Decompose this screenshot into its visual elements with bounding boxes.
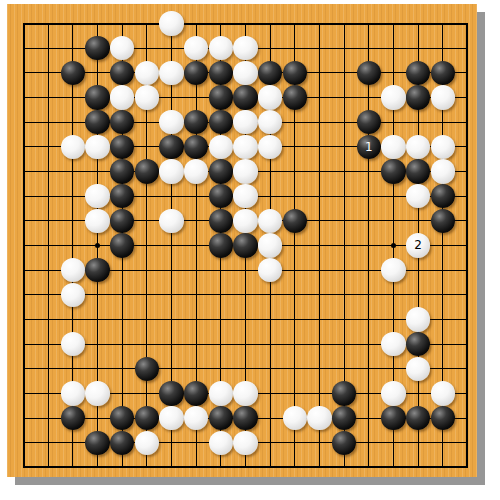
go-stone-white-c6r0[interactable]	[159, 11, 184, 36]
go-stone-black-c9r16[interactable]	[233, 406, 258, 431]
go-stone-white-c16r12[interactable]	[406, 307, 431, 332]
go-stone-white-c6r16[interactable]	[159, 406, 184, 431]
go-stone-white-c5r17[interactable]	[135, 431, 160, 456]
go-stone-black-c9r9[interactable]	[233, 233, 258, 258]
go-stone-white-c2r11[interactable]	[61, 283, 86, 308]
go-stone-white-c10r3[interactable]	[258, 85, 283, 110]
go-stone-black-c3r1[interactable]	[85, 36, 110, 61]
go-stone-black-c8r3[interactable]	[209, 85, 234, 110]
go-stone-white-c3r7[interactable]	[85, 184, 110, 209]
go-stone-black-c9r3[interactable]	[233, 85, 258, 110]
go-stone-white-c17r3[interactable]	[431, 85, 456, 110]
go-stone-white-c17r6[interactable]	[431, 159, 456, 184]
go-stone-black-c17r8[interactable]	[431, 209, 456, 234]
go-stone-black-c15r6[interactable]	[381, 159, 406, 184]
grid-line-horizontal	[23, 368, 469, 369]
go-stone-white-c9r4[interactable]	[233, 110, 258, 135]
go-stone-white-c7r6[interactable]	[184, 159, 209, 184]
go-stone-black-c5r14[interactable]	[135, 357, 160, 382]
go-stone-white-c17r5[interactable]	[431, 135, 456, 160]
go-stone-black-c3r10[interactable]	[85, 258, 110, 283]
go-stone-black-c16r6[interactable]	[406, 159, 431, 184]
go-stone-black-c6r15[interactable]	[159, 381, 184, 406]
go-stone-white-c9r8[interactable]	[233, 209, 258, 234]
go-stone-white-c3r5[interactable]	[85, 135, 110, 160]
go-stone-black-c17r2[interactable]	[431, 61, 456, 86]
go-stone-white-c6r8[interactable]	[159, 209, 184, 234]
go-stone-black-c16r3[interactable]	[406, 85, 431, 110]
go-stone-black-c2r2[interactable]	[61, 61, 86, 86]
grid-line-vertical	[368, 23, 369, 469]
go-stone-black-c5r6[interactable]	[135, 159, 160, 184]
move-number-label: 2	[414, 239, 422, 251]
go-stone-black-c4r9[interactable]	[110, 233, 135, 258]
go-stone-black-c8r6[interactable]	[209, 159, 234, 184]
grid-line-horizontal	[23, 466, 469, 468]
grid-line-vertical	[466, 23, 468, 469]
go-stone-white-c15r15[interactable]	[381, 381, 406, 406]
go-stone-black-c3r17[interactable]	[85, 431, 110, 456]
go-stone-white-c16r9[interactable]: 2	[406, 233, 431, 258]
go-stone-black-c13r15[interactable]	[332, 381, 357, 406]
go-stone-white-c8r17[interactable]	[209, 431, 234, 456]
go-stone-white-c5r2[interactable]	[135, 61, 160, 86]
go-stone-black-c11r3[interactable]	[283, 85, 308, 110]
go-stone-white-c10r9[interactable]	[258, 233, 283, 258]
go-stone-black-c8r8[interactable]	[209, 209, 234, 234]
go-stone-white-c3r15[interactable]	[85, 381, 110, 406]
go-stone-white-c9r15[interactable]	[233, 381, 258, 406]
go-stone-black-c15r16[interactable]	[381, 406, 406, 431]
go-stone-black-c6r5[interactable]	[159, 135, 184, 160]
go-stone-black-c11r2[interactable]	[283, 61, 308, 86]
go-stone-white-c9r5[interactable]	[233, 135, 258, 160]
go-stone-black-c11r8[interactable]	[283, 209, 308, 234]
go-stone-white-c8r15[interactable]	[209, 381, 234, 406]
go-stone-white-c6r4[interactable]	[159, 110, 184, 135]
go-stone-white-c4r3[interactable]	[110, 85, 135, 110]
go-stone-black-c3r4[interactable]	[85, 110, 110, 135]
go-stone-white-c6r6[interactable]	[159, 159, 184, 184]
go-stone-white-c8r5[interactable]	[209, 135, 234, 160]
go-stone-white-c9r6[interactable]	[233, 159, 258, 184]
go-stone-white-c15r10[interactable]	[381, 258, 406, 283]
go-stone-white-c2r15[interactable]	[61, 381, 86, 406]
go-stone-black-c8r2[interactable]	[209, 61, 234, 86]
grid-line-vertical	[319, 23, 320, 469]
go-stone-white-c6r2[interactable]	[159, 61, 184, 86]
go-stone-white-c3r8[interactable]	[85, 209, 110, 234]
go-stone-white-c9r7[interactable]	[233, 184, 258, 209]
go-stone-white-c17r15[interactable]	[431, 381, 456, 406]
go-stone-black-c7r15[interactable]	[184, 381, 209, 406]
go-stone-white-c15r13[interactable]	[381, 332, 406, 357]
star-point	[95, 243, 100, 248]
go-stone-white-c5r3[interactable]	[135, 85, 160, 110]
grid-line-horizontal	[23, 294, 469, 295]
star-point	[391, 243, 396, 248]
go-stone-white-c12r16[interactable]	[307, 406, 332, 431]
go-stone-white-c9r2[interactable]	[233, 61, 258, 86]
go-stone-black-c14r5[interactable]: 1	[357, 135, 382, 160]
move-number-label: 1	[365, 141, 373, 153]
go-stone-black-c14r2[interactable]	[357, 61, 382, 86]
go-stone-black-c3r3[interactable]	[85, 85, 110, 110]
go-stone-white-c2r5[interactable]	[61, 135, 86, 160]
go-stone-white-c9r17[interactable]	[233, 431, 258, 456]
go-stone-white-c15r5[interactable]	[381, 135, 406, 160]
go-stone-black-c8r9[interactable]	[209, 233, 234, 258]
go-stone-black-c4r6[interactable]	[110, 159, 135, 184]
go-stone-white-c9r1[interactable]	[233, 36, 258, 61]
go-diagram: 12	[0, 0, 500, 500]
go-stone-white-c15r3[interactable]	[381, 85, 406, 110]
grid-line-horizontal	[23, 319, 469, 320]
